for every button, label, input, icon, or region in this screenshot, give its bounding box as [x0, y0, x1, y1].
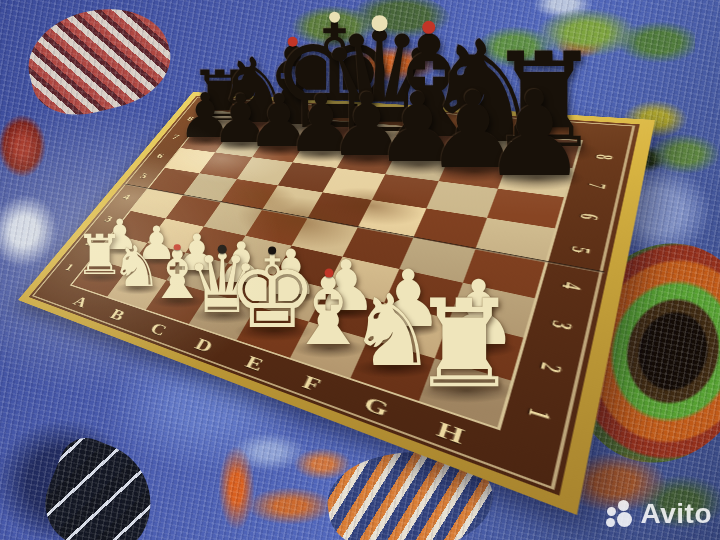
- decor-orange-coral-bottom: [172, 422, 387, 540]
- piece-glyph: ♜: [410, 284, 519, 406]
- piece-black-pawn-h7[interactable]: ♟: [482, 75, 588, 193]
- avito-wordmark: Avito: [641, 498, 712, 530]
- decor-navy-patch: [0, 408, 147, 540]
- decor-striped-fish: [18, 0, 180, 126]
- decor-red-coral: [0, 104, 54, 188]
- piece-tip-marker: [218, 245, 227, 254]
- piece-tip-marker: [324, 269, 333, 278]
- avito-logo-icon: [602, 498, 634, 530]
- photo-scene: ABCDEFGH1122334455667788 ♜♞♝♚♛♝♞♜♟♟♟♟♟♟♟…: [0, 0, 720, 540]
- piece-tip-marker: [268, 246, 276, 254]
- piece-glyph: ♟: [482, 75, 588, 193]
- piece-white-rook-h1[interactable]: ♜: [410, 284, 519, 406]
- avito-watermark: Avito: [602, 498, 712, 530]
- decor-black-fish: [32, 430, 169, 540]
